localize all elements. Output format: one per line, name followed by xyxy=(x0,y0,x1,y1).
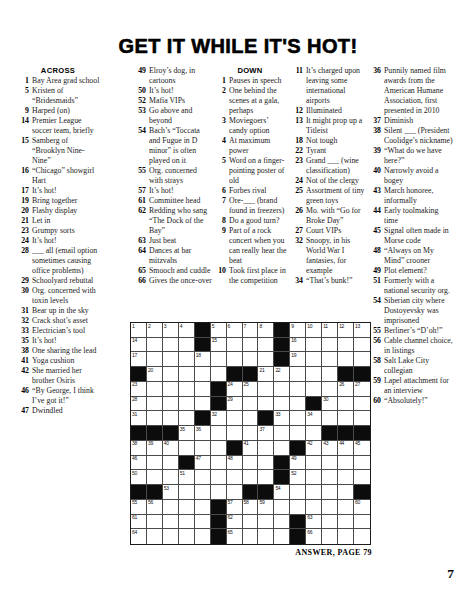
grid-cell[interactable] xyxy=(163,338,179,353)
grid-cell[interactable] xyxy=(322,352,338,367)
clue-text: Grumpy sorts xyxy=(32,226,101,236)
grid-cell[interactable] xyxy=(354,456,370,471)
grid-cell[interactable]: 29 xyxy=(227,397,243,412)
grid-cell[interactable] xyxy=(211,352,227,367)
grid-cell[interactable] xyxy=(227,470,243,485)
clue-text: Illuminated xyxy=(306,106,369,116)
down-clue-32: 32Snoopy, in his World War I fantasies, … xyxy=(289,236,369,276)
grid-cell[interactable]: 56 xyxy=(147,500,163,515)
clue-number: 25 xyxy=(289,186,306,206)
clue-number: 64 xyxy=(132,246,149,266)
grid-cell[interactable] xyxy=(147,382,163,397)
grid-cell[interactable] xyxy=(354,529,370,544)
grid-cell[interactable] xyxy=(211,456,227,471)
grid-cell[interactable]: 19 xyxy=(290,352,306,367)
grid-cell[interactable] xyxy=(322,367,338,382)
grid-cell[interactable]: 30 xyxy=(322,397,338,412)
clue-text: Signal often made in Morse code xyxy=(384,226,453,246)
cell-number: 46 xyxy=(132,455,137,461)
grid-cell[interactable] xyxy=(147,470,163,485)
grid-cell[interactable] xyxy=(243,529,259,544)
cell-number: 6 xyxy=(228,323,230,329)
grid-cell[interactable] xyxy=(147,397,163,412)
grid-cell[interactable] xyxy=(306,500,322,515)
grid-cell[interactable] xyxy=(338,456,354,471)
grid-cell[interactable]: 45 xyxy=(354,441,370,456)
clue-column-down-1: DOWN1Pauses in speech2One behind the sce… xyxy=(212,66,288,286)
grid-cell[interactable] xyxy=(354,352,370,367)
grid-cell[interactable] xyxy=(290,382,306,397)
page-title: GET IT WHILE IT'S HOT! xyxy=(0,35,476,58)
clue-number: 2 xyxy=(212,86,229,116)
clue-number: 63 xyxy=(132,236,149,246)
black-cell xyxy=(131,426,147,441)
clue-text: Grand ___ (wine classification) xyxy=(306,156,369,176)
grid-cell[interactable] xyxy=(274,426,290,441)
grid-cell[interactable] xyxy=(195,382,211,397)
grid-cell[interactable]: 12 xyxy=(338,323,354,338)
grid-cell[interactable]: 37 xyxy=(258,426,274,441)
grid-cell[interactable] xyxy=(179,382,195,397)
grid-cell[interactable] xyxy=(274,397,290,412)
clue-number: 7 xyxy=(212,196,229,216)
clue-number: 51 xyxy=(367,276,384,296)
clue-text: Mo. with “Go for Broke Day” xyxy=(306,206,369,226)
black-cell xyxy=(322,426,338,441)
grid-cell[interactable] xyxy=(211,426,227,441)
grid-cell[interactable] xyxy=(195,500,211,515)
grid-cell[interactable] xyxy=(354,397,370,412)
cell-number: 58 xyxy=(244,499,249,505)
grid-cell[interactable]: 38 xyxy=(131,441,147,456)
grid-cell[interactable] xyxy=(243,338,259,353)
grid-cell[interactable]: 41 xyxy=(243,441,259,456)
grid-cell[interactable] xyxy=(338,397,354,412)
grid-cell[interactable]: 25 xyxy=(243,382,259,397)
grid-cell[interactable] xyxy=(243,470,259,485)
grid-cell[interactable]: 46 xyxy=(131,456,147,471)
clue-number: 23 xyxy=(289,156,306,176)
grid-cell[interactable] xyxy=(258,529,274,544)
down-clue-12: 12Illuminated xyxy=(289,106,369,116)
grid-cell[interactable] xyxy=(306,367,322,382)
grid-cell[interactable] xyxy=(195,485,211,500)
grid-cell[interactable] xyxy=(322,529,338,544)
cell-number: 12 xyxy=(339,323,344,329)
grid-cell[interactable]: 9 xyxy=(290,323,306,338)
grid-cell[interactable] xyxy=(227,485,243,500)
grid-cell[interactable] xyxy=(274,515,290,530)
down-clue-7: 7Ore-___ (brand found in freezers) xyxy=(212,196,288,216)
grid-cell[interactable]: 31 xyxy=(131,411,147,426)
grid-cell[interactable]: 50 xyxy=(131,470,147,485)
grid-cell[interactable]: 65 xyxy=(227,529,243,544)
grid-cell[interactable] xyxy=(274,529,290,544)
grid-cell[interactable] xyxy=(354,470,370,485)
grid-cell[interactable] xyxy=(195,367,211,382)
black-cell xyxy=(147,426,163,441)
grid-cell[interactable]: 52 xyxy=(290,470,306,485)
grid-cell[interactable] xyxy=(306,426,322,441)
black-cell xyxy=(195,411,211,426)
grid-cell[interactable] xyxy=(322,515,338,530)
grid-cell[interactable]: 53 xyxy=(163,485,179,500)
clue-number: 36 xyxy=(367,66,384,116)
grid-cell[interactable] xyxy=(243,411,259,426)
grid-cell[interactable] xyxy=(290,426,306,441)
black-cell xyxy=(227,441,243,456)
grid-cell[interactable]: 51 xyxy=(179,470,195,485)
grid-cell[interactable] xyxy=(211,485,227,500)
grid-cell[interactable]: 40 xyxy=(163,441,179,456)
grid-cell[interactable] xyxy=(147,529,163,544)
grid-cell[interactable]: 61 xyxy=(131,515,147,530)
down-clue-51: 51Formerly with a national security org. xyxy=(367,276,453,296)
grid-cell[interactable]: 60 xyxy=(354,500,370,515)
across-clue-31: 31Bear up in the sky xyxy=(15,306,101,316)
grid-cell[interactable] xyxy=(322,338,338,353)
grid-cell[interactable]: 57 xyxy=(227,500,243,515)
clue-text: “Absolutely!” xyxy=(384,396,453,406)
grid-cell[interactable] xyxy=(195,529,211,544)
grid-cell[interactable] xyxy=(179,338,195,353)
across-clue-66: 66Gives the once-over xyxy=(132,276,212,286)
grid-cell[interactable] xyxy=(354,411,370,426)
grid-cell[interactable] xyxy=(211,470,227,485)
across-clue-46: 46“By George, I think I’ve got it!” xyxy=(15,386,101,406)
clue-text: “Always on My Mind” crooner xyxy=(384,246,453,266)
clue-number: 21 xyxy=(15,216,32,226)
across-clue-54: 54Bach’s “Toccata and Fugue in D minor” … xyxy=(132,126,212,166)
grid-cell[interactable] xyxy=(322,382,338,397)
grid-cell[interactable]: 1 xyxy=(131,323,147,338)
grid-cell[interactable]: 39 xyxy=(147,441,163,456)
black-cell xyxy=(131,485,147,500)
clue-number: 18 xyxy=(289,136,306,146)
grid-cell[interactable] xyxy=(258,441,274,456)
grid-cell[interactable]: 42 xyxy=(306,441,322,456)
grid-cell[interactable]: 47 xyxy=(195,456,211,471)
cell-number: 20 xyxy=(148,367,153,373)
clue-text: Dwindled xyxy=(32,406,101,416)
cell-number: 59 xyxy=(259,499,264,505)
grid-cell[interactable] xyxy=(258,515,274,530)
grid-cell[interactable]: 62 xyxy=(227,515,243,530)
grid-cell[interactable] xyxy=(306,352,322,367)
grid-cell[interactable] xyxy=(163,529,179,544)
down-clue-55: 55Berliner’s “D’oh!” xyxy=(367,326,453,336)
clue-text: Mafia VIPs xyxy=(149,96,212,106)
grid-cell[interactable] xyxy=(306,485,322,500)
cell-number: 55 xyxy=(132,499,137,505)
grid-cell[interactable]: 13 xyxy=(354,323,370,338)
grid-cell[interactable] xyxy=(258,338,274,353)
clue-text: Siberian city where Dostoyevsky was impr… xyxy=(384,296,453,326)
down-clue-3: 3Moviegoers’ candy option xyxy=(212,116,288,136)
grid-cell[interactable] xyxy=(227,426,243,441)
grid-cell[interactable] xyxy=(179,397,195,412)
grid-cell[interactable]: 27 xyxy=(354,382,370,397)
grid-cell[interactable] xyxy=(290,500,306,515)
grid-cell[interactable] xyxy=(163,411,179,426)
grid-cell[interactable] xyxy=(179,411,195,426)
across-clue-21: 21Let in xyxy=(15,216,101,226)
clue-text: One sharing the lead xyxy=(32,346,101,356)
grid-cell[interactable] xyxy=(338,500,354,515)
clue-number: 22 xyxy=(289,146,306,156)
grid-cell[interactable] xyxy=(179,529,195,544)
clue-text: Silent ___ (President Coolidge’s nicknam… xyxy=(384,126,453,146)
grid-cell[interactable]: 55 xyxy=(131,500,147,515)
grid-cell[interactable] xyxy=(258,352,274,367)
across-clue-52: 52Mafia VIPs xyxy=(132,96,212,106)
across-clue-16: 16“Chicago” showgirl Hart xyxy=(15,166,101,186)
grid-cell[interactable]: 22 xyxy=(274,367,290,382)
clue-text: Let in xyxy=(32,216,101,226)
clue-number: 5 xyxy=(212,156,229,186)
grid-cell[interactable]: 8 xyxy=(258,323,274,338)
grid-cell[interactable]: 17 xyxy=(131,352,147,367)
down-clue-60: 60“Absolutely!” xyxy=(367,396,453,406)
page-number: 7 xyxy=(447,566,454,582)
clue-number: 52 xyxy=(132,96,149,106)
grid-cell[interactable]: 7 xyxy=(243,323,259,338)
clue-text: Cable channel choice, in listings xyxy=(384,336,453,356)
grid-cell[interactable]: 3 xyxy=(163,323,179,338)
down-clue-26: 26Mo. with “Go for Broke Day” xyxy=(289,206,369,226)
grid-cell[interactable] xyxy=(179,485,195,500)
grid-cell[interactable]: 14 xyxy=(131,338,147,353)
clue-text: Yoga cushion xyxy=(32,356,101,366)
down-clue-11: 11It’s charged upon leaving some interna… xyxy=(289,66,369,106)
down-clue-59: 59Lapel attachment for an interview xyxy=(367,376,453,396)
clue-column-across-1: ACROSS1Bay Area grad school5Kristen of “… xyxy=(15,66,101,416)
across-clue-53: 53Go above and beyond xyxy=(132,106,212,126)
down-clue-49: 49Plot element? xyxy=(367,266,453,276)
grid-cell[interactable]: 10 xyxy=(306,323,322,338)
clue-text: Took first place in the competition xyxy=(229,266,288,286)
grid-cell[interactable]: 66 xyxy=(306,529,322,544)
grid-cell[interactable] xyxy=(306,338,322,353)
across-clue-55: 55Org. concerned with strays xyxy=(132,166,212,186)
grid-cell[interactable] xyxy=(163,382,179,397)
grid-cell[interactable]: 20 xyxy=(147,367,163,382)
grid-cell[interactable] xyxy=(306,456,322,471)
clue-text: It might prop up a Titleist xyxy=(306,116,369,136)
grid-cell[interactable] xyxy=(147,411,163,426)
grid-cell[interactable] xyxy=(163,470,179,485)
grid-cell[interactable] xyxy=(147,338,163,353)
grid-cell[interactable] xyxy=(354,338,370,353)
black-cell xyxy=(195,338,211,353)
grid-cell[interactable] xyxy=(274,500,290,515)
down-clue-1: 1Pauses in speech xyxy=(212,76,288,86)
clue-number: 34 xyxy=(289,276,306,286)
clue-text: Just beat xyxy=(149,236,212,246)
grid-cell[interactable]: 48 xyxy=(227,456,243,471)
grid-cell[interactable] xyxy=(338,529,354,544)
grid-cell[interactable] xyxy=(274,441,290,456)
cell-number: 56 xyxy=(148,499,153,505)
grid-cell[interactable]: 36 xyxy=(195,426,211,441)
cell-number: 5 xyxy=(212,323,214,329)
grid-cell[interactable]: 18 xyxy=(195,352,211,367)
grid-cell[interactable] xyxy=(338,485,354,500)
black-cell xyxy=(290,529,306,544)
grid-cell[interactable] xyxy=(179,441,195,456)
grid-cell[interactable] xyxy=(147,515,163,530)
grid-cell[interactable] xyxy=(243,352,259,367)
black-cell xyxy=(306,397,322,412)
grid-cell[interactable]: 54 xyxy=(274,485,290,500)
grid-cell[interactable] xyxy=(163,397,179,412)
grid-cell[interactable] xyxy=(338,411,354,426)
grid-cell[interactable] xyxy=(338,515,354,530)
across-clue-65: 65Smooch and cuddle xyxy=(132,266,212,276)
down-clue-2: 2One behind the scenes at a gala, perhap… xyxy=(212,86,288,116)
clue-text: Harped (on) xyxy=(32,106,101,116)
grid-cell[interactable]: 43 xyxy=(322,441,338,456)
cell-number: 38 xyxy=(132,440,137,446)
grid-cell[interactable] xyxy=(322,411,338,426)
grid-cell[interactable]: 2 xyxy=(147,323,163,338)
grid-cell[interactable] xyxy=(258,382,274,397)
grid-cell[interactable]: 11 xyxy=(322,323,338,338)
grid-cell[interactable] xyxy=(195,397,211,412)
down-clue-34: 34“That’s bunk!” xyxy=(289,276,369,286)
grid-cell[interactable]: 35 xyxy=(179,426,195,441)
grid-cell[interactable]: 58 xyxy=(243,500,259,515)
across-header: ACROSS xyxy=(15,66,101,76)
grid-cell[interactable]: 59 xyxy=(258,500,274,515)
grid-cell[interactable] xyxy=(274,382,290,397)
grid-cell[interactable] xyxy=(338,352,354,367)
grid-cell[interactable] xyxy=(338,338,354,353)
clue-text: “Chicago” showgirl Hart xyxy=(32,166,101,186)
grid-cell[interactable] xyxy=(290,367,306,382)
clue-text: It’s hot! xyxy=(149,186,212,196)
cell-number: 45 xyxy=(355,440,360,446)
grid-cell[interactable]: 5 xyxy=(211,323,227,338)
cell-number: 19 xyxy=(291,352,296,358)
grid-cell[interactable]: 63 xyxy=(306,515,322,530)
clue-number: 54 xyxy=(132,126,149,166)
grid-cell[interactable] xyxy=(322,500,338,515)
grid-cell[interactable]: 64 xyxy=(131,529,147,544)
across-clue-29: 29Schoolyard rebuttal xyxy=(15,276,101,286)
grid-cell[interactable]: 24 xyxy=(227,382,243,397)
across-clue-1: 1Bay Area grad school xyxy=(15,76,101,86)
clue-text: Part of a rock concert when you can real… xyxy=(229,226,288,266)
grid-cell[interactable] xyxy=(163,352,179,367)
grid-cell[interactable] xyxy=(338,470,354,485)
grid-cell[interactable]: 49 xyxy=(290,456,306,471)
grid-cell[interactable] xyxy=(195,470,211,485)
grid-cell[interactable] xyxy=(306,382,322,397)
grid-cell[interactable]: 26 xyxy=(338,382,354,397)
grid-cell[interactable] xyxy=(147,456,163,471)
grid-cell[interactable] xyxy=(306,470,322,485)
grid-cell[interactable]: 21 xyxy=(258,367,274,382)
cell-number: 26 xyxy=(339,381,344,387)
clue-text: March honoree, informally xyxy=(384,186,453,206)
grid-cell[interactable] xyxy=(211,441,227,456)
grid-cell[interactable] xyxy=(243,456,259,471)
grid-cell[interactable]: 4 xyxy=(179,323,195,338)
grid-cell[interactable] xyxy=(227,352,243,367)
cell-number: 25 xyxy=(244,381,249,387)
grid-cell[interactable] xyxy=(243,515,259,530)
clue-text: Redding who sang “The Dock of the Bay” xyxy=(149,206,212,236)
clue-text: Bach’s “Toccata and Fugue in D minor” is… xyxy=(149,126,212,166)
grid-cell[interactable] xyxy=(179,500,195,515)
grid-cell[interactable] xyxy=(258,456,274,471)
grid-cell[interactable] xyxy=(258,397,274,412)
grid-cell[interactable] xyxy=(163,500,179,515)
grid-cell[interactable]: 32 xyxy=(211,411,227,426)
grid-cell[interactable] xyxy=(243,397,259,412)
grid-cell[interactable] xyxy=(211,367,227,382)
grid-cell[interactable] xyxy=(243,426,259,441)
grid-cell[interactable] xyxy=(147,352,163,367)
grid-cell[interactable] xyxy=(227,338,243,353)
across-clue-33: 33Electrician’s tool xyxy=(15,326,101,336)
clue-text: “That’s bunk!” xyxy=(306,276,369,286)
grid-cell[interactable] xyxy=(290,411,306,426)
grid-cell[interactable] xyxy=(290,397,306,412)
grid-cell[interactable]: 44 xyxy=(338,441,354,456)
grid-cell[interactable]: 6 xyxy=(227,323,243,338)
clue-number: 48 xyxy=(367,246,384,266)
black-cell xyxy=(211,500,227,515)
grid-cell[interactable] xyxy=(258,470,274,485)
across-clue-28: 28___ all (email option sometimes causin… xyxy=(15,246,101,276)
grid-cell[interactable]: 34 xyxy=(306,411,322,426)
grid-cell[interactable] xyxy=(179,515,195,530)
across-clue-42: 42She married her brother Osiris xyxy=(15,366,101,386)
grid-cell[interactable]: 28 xyxy=(131,397,147,412)
grid-cell[interactable] xyxy=(322,456,338,471)
clue-number: 17 xyxy=(15,186,32,196)
grid-cell[interactable] xyxy=(179,367,195,382)
clue-number: 39 xyxy=(367,146,384,166)
grid-cell[interactable] xyxy=(179,352,195,367)
cell-number: 7 xyxy=(244,323,246,329)
grid-cell[interactable] xyxy=(290,485,306,500)
across-clue-61: 61Committee head xyxy=(132,196,212,206)
grid-cell[interactable]: 23 xyxy=(131,382,147,397)
grid-cell[interactable]: 33 xyxy=(274,411,290,426)
grid-cell[interactable] xyxy=(227,411,243,426)
grid-cell[interactable]: 16 xyxy=(290,338,306,353)
grid-cell[interactable] xyxy=(163,456,179,471)
grid-cell[interactable] xyxy=(322,470,338,485)
black-cell xyxy=(354,426,370,441)
cell-number: 48 xyxy=(228,455,233,461)
clue-number: 32 xyxy=(15,316,32,326)
grid-cell[interactable] xyxy=(354,515,370,530)
grid-cell[interactable] xyxy=(195,515,211,530)
grid-cell[interactable] xyxy=(163,515,179,530)
clue-number: 1 xyxy=(15,76,32,86)
black-cell xyxy=(227,367,243,382)
clue-text: Org. concerned with toxin levels xyxy=(32,286,101,306)
grid-cell[interactable]: 15 xyxy=(211,338,227,353)
grid-cell[interactable] xyxy=(163,367,179,382)
grid-cell[interactable] xyxy=(195,441,211,456)
black-cell xyxy=(147,485,163,500)
grid-cell[interactable] xyxy=(322,485,338,500)
